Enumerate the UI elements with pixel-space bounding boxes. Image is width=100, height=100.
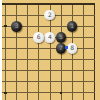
go-app-screenshot: 12345678 [0, 0, 100, 100]
stone-black-3[interactable]: 3 [11, 21, 22, 32]
stone-white-4[interactable]: 4 [44, 32, 55, 43]
stone-white-8[interactable]: 8 [67, 43, 78, 54]
move-number: 1 [70, 23, 74, 29]
stone-black-5[interactable]: 5 [56, 32, 67, 43]
stone-white-6[interactable]: 6 [33, 32, 44, 43]
stone-layer: 12345678 [0, 0, 100, 98]
page-background-strip [0, 0, 2, 100]
move-number: 7 [59, 45, 63, 51]
stone-black-1[interactable]: 1 [67, 21, 78, 32]
move-number: 3 [15, 23, 19, 29]
move-number: 2 [48, 12, 52, 18]
move-number: 8 [70, 45, 74, 51]
last-move-marker [65, 46, 68, 49]
move-number: 5 [59, 34, 63, 40]
stone-white-2[interactable]: 2 [44, 10, 55, 21]
move-number: 6 [37, 34, 41, 40]
move-number: 4 [48, 34, 52, 40]
